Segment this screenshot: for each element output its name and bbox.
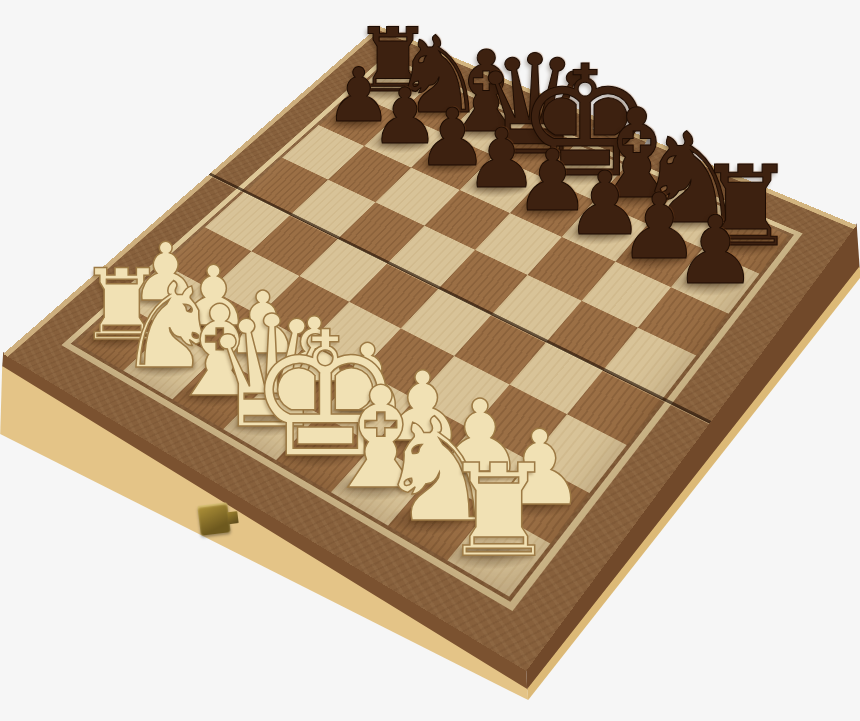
brass-latch xyxy=(197,502,230,535)
chess-set-scene: ♜♞♝♛♚♝♞♜♟♟♟♟♟♟♟♟♟♟♟♟♟♟♟♟♜♞♝♛♚♝♞♜ xyxy=(0,0,860,721)
piece-white-rook-h1[interactable]: ♜ xyxy=(442,448,556,575)
piece-black-pawn-h7[interactable]: ♟ xyxy=(673,204,757,298)
latch-nub xyxy=(227,511,238,524)
